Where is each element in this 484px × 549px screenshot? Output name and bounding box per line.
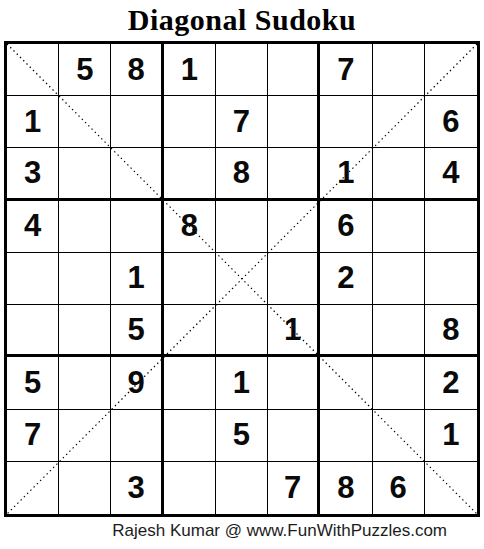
cell-r3c8[interactable] <box>373 148 425 200</box>
cell-r2c3[interactable] <box>111 96 163 148</box>
cell-r4c8[interactable] <box>373 201 425 253</box>
cell-r2c6[interactable] <box>268 96 320 148</box>
cell-r3c3[interactable] <box>111 148 163 200</box>
sudoku-board: 581717638144861251859127513786 <box>4 41 480 517</box>
cell-r5c9[interactable] <box>425 253 477 305</box>
cell-r7c5[interactable]: 1 <box>216 357 268 409</box>
cell-r9c6[interactable]: 7 <box>268 462 320 514</box>
cell-r7c8[interactable] <box>373 357 425 409</box>
cell-r1c6[interactable] <box>268 44 320 96</box>
cell-r7c4[interactable] <box>164 357 216 409</box>
cell-r1c7[interactable]: 7 <box>320 44 372 96</box>
cell-r7c7[interactable] <box>320 357 372 409</box>
cell-r5c1[interactable] <box>7 253 59 305</box>
cell-r3c7[interactable]: 1 <box>320 148 372 200</box>
cell-r1c8[interactable] <box>373 44 425 96</box>
cell-r3c2[interactable] <box>59 148 111 200</box>
cell-r6c4[interactable] <box>164 305 216 357</box>
cell-r3c1[interactable]: 3 <box>7 148 59 200</box>
cell-r8c7[interactable] <box>320 410 372 462</box>
cell-r6c5[interactable] <box>216 305 268 357</box>
cell-r1c2[interactable]: 5 <box>59 44 111 96</box>
cell-r9c7[interactable]: 8 <box>320 462 372 514</box>
cell-r3c5[interactable]: 8 <box>216 148 268 200</box>
cell-r4c2[interactable] <box>59 201 111 253</box>
cell-r8c6[interactable] <box>268 410 320 462</box>
cell-r2c2[interactable] <box>59 96 111 148</box>
cell-r9c8[interactable]: 6 <box>373 462 425 514</box>
cell-r7c3[interactable]: 9 <box>111 357 163 409</box>
puzzle-page: Diagonal Sudoku 581717638144861251859127… <box>0 0 484 549</box>
cell-r4c7[interactable]: 6 <box>320 201 372 253</box>
cell-r7c6[interactable] <box>268 357 320 409</box>
cell-r2c9[interactable]: 6 <box>425 96 477 148</box>
cell-r4c3[interactable] <box>111 201 163 253</box>
cell-r2c7[interactable] <box>320 96 372 148</box>
cell-r6c2[interactable] <box>59 305 111 357</box>
cell-r9c4[interactable] <box>164 462 216 514</box>
cell-r4c9[interactable] <box>425 201 477 253</box>
cell-r6c6[interactable]: 1 <box>268 305 320 357</box>
puzzle-title: Diagonal Sudoku <box>0 1 484 39</box>
cell-r8c1[interactable]: 7 <box>7 410 59 462</box>
cell-r8c5[interactable]: 5 <box>216 410 268 462</box>
cell-r6c8[interactable] <box>373 305 425 357</box>
cell-r8c8[interactable] <box>373 410 425 462</box>
cell-r7c1[interactable]: 5 <box>7 357 59 409</box>
cell-r6c1[interactable] <box>7 305 59 357</box>
cell-r9c5[interactable] <box>216 462 268 514</box>
cell-r5c4[interactable] <box>164 253 216 305</box>
cell-r1c9[interactable] <box>425 44 477 96</box>
cell-r9c3[interactable]: 3 <box>111 462 163 514</box>
cell-r5c8[interactable] <box>373 253 425 305</box>
cell-r7c9[interactable]: 2 <box>425 357 477 409</box>
cell-r4c5[interactable] <box>216 201 268 253</box>
cell-r9c9[interactable] <box>425 462 477 514</box>
cell-r2c4[interactable] <box>164 96 216 148</box>
cell-r4c6[interactable] <box>268 201 320 253</box>
cell-r9c1[interactable] <box>7 462 59 514</box>
cell-r2c5[interactable]: 7 <box>216 96 268 148</box>
cell-r1c4[interactable]: 1 <box>164 44 216 96</box>
cell-r5c7[interactable]: 2 <box>320 253 372 305</box>
credit-text: Rajesh Kumar @ www.FunWithPuzzles.com <box>0 521 484 541</box>
cell-r3c4[interactable] <box>164 148 216 200</box>
cell-r8c3[interactable] <box>111 410 163 462</box>
cell-r5c2[interactable] <box>59 253 111 305</box>
cell-r5c6[interactable] <box>268 253 320 305</box>
cell-r6c7[interactable] <box>320 305 372 357</box>
cell-r7c2[interactable] <box>59 357 111 409</box>
cell-r4c1[interactable]: 4 <box>7 201 59 253</box>
cell-r8c9[interactable]: 1 <box>425 410 477 462</box>
cell-r1c3[interactable]: 8 <box>111 44 163 96</box>
cell-r6c9[interactable]: 8 <box>425 305 477 357</box>
cell-r3c6[interactable] <box>268 148 320 200</box>
cell-r2c8[interactable] <box>373 96 425 148</box>
cell-r8c2[interactable] <box>59 410 111 462</box>
cell-r1c5[interactable] <box>216 44 268 96</box>
cell-r5c3[interactable]: 1 <box>111 253 163 305</box>
cell-r4c4[interactable]: 8 <box>164 201 216 253</box>
cell-r2c1[interactable]: 1 <box>7 96 59 148</box>
cell-r5c5[interactable] <box>216 253 268 305</box>
cell-r6c3[interactable]: 5 <box>111 305 163 357</box>
cell-r9c2[interactable] <box>59 462 111 514</box>
cell-r3c9[interactable]: 4 <box>425 148 477 200</box>
cell-r8c4[interactable] <box>164 410 216 462</box>
cell-r1c1[interactable] <box>7 44 59 96</box>
